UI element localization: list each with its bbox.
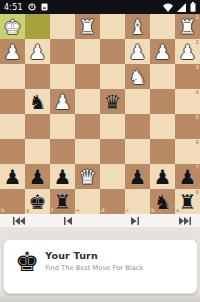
square-f4[interactable]: ♟ <box>50 89 75 114</box>
battery-icon <box>190 2 196 12</box>
black-rook[interactable]: ♜ <box>175 189 200 214</box>
square-g2[interactable]: ♟ <box>25 39 50 64</box>
square-e1[interactable]: ♜ <box>75 14 100 39</box>
square-b6[interactable] <box>150 139 175 164</box>
turn-subtitle: Find The Best Move For Black <box>45 264 143 272</box>
square-b7[interactable]: ♟ <box>150 164 175 189</box>
square-a5[interactable]: 5 <box>175 114 200 139</box>
square-h5[interactable] <box>0 114 25 139</box>
square-e2[interactable] <box>75 39 100 64</box>
square-g3[interactable] <box>25 64 50 89</box>
black-pawn[interactable]: ♟ <box>150 164 175 189</box>
square-a4[interactable]: 4 <box>175 89 200 114</box>
white-bishop[interactable]: ♝ <box>125 14 150 39</box>
wifi-icon <box>163 3 173 12</box>
square-c5[interactable] <box>125 114 150 139</box>
square-a1[interactable]: 1♜ <box>175 14 200 39</box>
square-g6[interactable] <box>25 139 50 164</box>
turn-card: ♚ Your Turn Find The Best Move For Black <box>3 239 198 294</box>
square-g5[interactable] <box>25 114 50 139</box>
square-h2[interactable]: ♟ <box>0 39 25 64</box>
file-label-e: e <box>76 208 79 213</box>
square-a8[interactable]: 8a♜ <box>175 189 200 214</box>
square-g8[interactable]: g♚ <box>25 189 50 214</box>
black-knight[interactable]: ♞ <box>25 89 50 114</box>
square-f7[interactable]: ♟ <box>50 164 75 189</box>
white-pawn[interactable]: ♟ <box>50 89 75 114</box>
square-g1[interactable] <box>25 14 50 39</box>
square-g7[interactable]: ♟ <box>25 164 50 189</box>
square-e5[interactable] <box>75 114 100 139</box>
skip-to-end-button[interactable] <box>174 214 196 227</box>
white-rook[interactable]: ♜ <box>175 14 200 39</box>
square-h7[interactable]: ♟ <box>0 164 25 189</box>
white-pawn[interactable]: ♟ <box>150 39 175 64</box>
square-b3[interactable] <box>150 64 175 89</box>
black-pawn[interactable]: ♟ <box>25 164 50 189</box>
black-queen[interactable]: ♛ <box>100 89 125 114</box>
notification-circle-icon <box>28 3 36 11</box>
content-background: ♚ Your Turn Find The Best Move For Black <box>0 227 200 302</box>
square-e8[interactable]: e <box>75 189 100 214</box>
square-h1[interactable]: ♚ <box>0 14 25 39</box>
square-b8[interactable]: b♞ <box>150 189 175 214</box>
phone-screen: 4:51 ♚♜♝1♜♟♟♟♟2♟♞3♞♟♛456♟♟♟♛♟♟7♟hg♚f♜edc… <box>0 0 200 302</box>
turn-title: Your Turn <box>45 250 143 261</box>
black-pawn[interactable]: ♟ <box>0 164 25 189</box>
square-e4[interactable] <box>75 89 100 114</box>
square-c3[interactable]: ♞ <box>125 64 150 89</box>
white-pawn[interactable]: ♟ <box>25 39 50 64</box>
square-e3[interactable] <box>75 64 100 89</box>
square-f2[interactable] <box>50 39 75 64</box>
file-label-d: d <box>101 208 105 213</box>
white-king[interactable]: ♚ <box>0 14 25 39</box>
square-f1[interactable] <box>50 14 75 39</box>
square-c2[interactable]: ♟ <box>125 39 150 64</box>
square-a7[interactable]: 7♟ <box>175 164 200 189</box>
clock-text: 4:51 <box>4 3 23 12</box>
chess-board: ♚♜♝1♜♟♟♟♟2♟♞3♞♟♛456♟♟♟♛♟♟7♟hg♚f♜edcb♞8a♜ <box>0 14 200 214</box>
rank-label-4: 4 <box>196 90 199 95</box>
square-f3[interactable] <box>50 64 75 89</box>
status-bar: 4:51 <box>0 0 200 14</box>
white-rook[interactable]: ♜ <box>75 14 100 39</box>
square-e6[interactable] <box>75 139 100 164</box>
notification-square-icon <box>41 3 48 11</box>
square-c7[interactable]: ♟ <box>125 164 150 189</box>
square-c4[interactable] <box>125 89 150 114</box>
square-c8[interactable]: c <box>125 189 150 214</box>
square-b5[interactable] <box>150 114 175 139</box>
square-d4[interactable]: ♛ <box>100 89 125 114</box>
move-controls-bar <box>0 214 200 228</box>
white-pawn[interactable]: ♟ <box>175 39 200 64</box>
black-pawn[interactable]: ♟ <box>50 164 75 189</box>
rank-label-5: 5 <box>196 115 199 120</box>
black-pawn[interactable]: ♟ <box>175 164 200 189</box>
square-e7[interactable]: ♛ <box>75 164 100 189</box>
square-a3[interactable]: 3 <box>175 64 200 89</box>
square-a6[interactable]: 6 <box>175 139 200 164</box>
black-rook[interactable]: ♜ <box>50 189 75 214</box>
black-knight[interactable]: ♞ <box>150 189 175 214</box>
white-pawn[interactable]: ♟ <box>125 39 150 64</box>
square-h8[interactable]: h <box>0 189 25 214</box>
black-king-icon: ♚ <box>15 247 39 277</box>
square-c1[interactable]: ♝ <box>125 14 150 39</box>
square-d1[interactable] <box>100 14 125 39</box>
square-d5[interactable] <box>100 114 125 139</box>
square-d2[interactable] <box>100 39 125 64</box>
white-queen[interactable]: ♛ <box>75 164 100 189</box>
square-f6[interactable] <box>50 139 75 164</box>
square-a2[interactable]: 2♟ <box>175 39 200 64</box>
square-d3[interactable] <box>100 64 125 89</box>
square-h3[interactable] <box>0 64 25 89</box>
square-b1[interactable] <box>150 14 175 39</box>
skip-to-start-button[interactable] <box>8 214 30 227</box>
black-king[interactable]: ♚ <box>25 189 50 214</box>
white-knight[interactable]: ♞ <box>125 64 150 89</box>
square-b4[interactable] <box>150 89 175 114</box>
square-g4[interactable]: ♞ <box>25 89 50 114</box>
file-label-h: h <box>1 208 5 213</box>
square-b2[interactable]: ♟ <box>150 39 175 64</box>
square-h6[interactable] <box>0 139 25 164</box>
step-forward-button[interactable] <box>124 214 146 227</box>
cell-signal-icon <box>177 3 186 12</box>
square-h4[interactable] <box>0 89 25 114</box>
file-label-c: c <box>126 208 129 213</box>
rank-label-3: 3 <box>196 65 199 70</box>
square-f8[interactable]: f♜ <box>50 189 75 214</box>
square-d8[interactable]: d <box>100 189 125 214</box>
black-pawn[interactable]: ♟ <box>125 164 150 189</box>
square-d7[interactable] <box>100 164 125 189</box>
square-d6[interactable] <box>100 139 125 164</box>
step-back-button[interactable] <box>57 214 79 227</box>
white-pawn[interactable]: ♟ <box>0 39 25 64</box>
square-c6[interactable] <box>125 139 150 164</box>
square-f5[interactable] <box>50 114 75 139</box>
rank-label-6: 6 <box>196 140 199 145</box>
